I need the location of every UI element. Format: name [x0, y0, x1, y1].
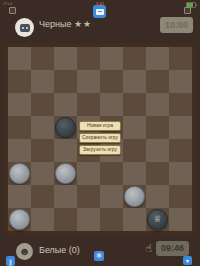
square-f2[interactable] — [123, 185, 146, 208]
save-game-button[interactable]: Сохранить игру — [79, 133, 121, 143]
square-b1[interactable] — [31, 208, 54, 231]
square-c4[interactable] — [54, 139, 77, 162]
black-player-name: Черные ★★ — [39, 19, 92, 29]
piece-white-man[interactable] — [124, 186, 145, 207]
square-d1[interactable] — [77, 208, 100, 231]
black-player-avatar[interactable] — [15, 18, 34, 37]
square-d6[interactable] — [77, 93, 100, 116]
square-b6[interactable] — [31, 93, 54, 116]
square-h3[interactable] — [169, 162, 192, 185]
square-c2[interactable] — [54, 185, 77, 208]
overlay-badge-center-icon[interactable]: ❄ — [94, 251, 104, 261]
square-f5[interactable] — [123, 116, 146, 139]
square-c5[interactable] — [54, 116, 77, 139]
square-a5[interactable] — [8, 116, 31, 139]
king-crown-icon: ♕ — [153, 215, 161, 224]
square-e3[interactable] — [100, 162, 123, 185]
square-b3[interactable] — [31, 162, 54, 185]
square-h2[interactable] — [169, 185, 192, 208]
square-f4[interactable] — [123, 139, 146, 162]
overlay-badge-right-icon[interactable]: ▾ — [183, 256, 192, 265]
square-c8[interactable] — [54, 47, 77, 70]
checkers-app-screen: iPad 9:41 Черные ★★ 10:00 ♕ Новая игра С… — [0, 0, 200, 266]
square-g1[interactable]: ♕ — [146, 208, 169, 231]
square-a6[interactable] — [8, 93, 31, 116]
piece-black-man[interactable] — [55, 117, 76, 138]
overlay-badge-left-icon[interactable]: ‖ — [6, 256, 15, 266]
load-game-button[interactable]: Загрузить игру — [79, 145, 121, 155]
square-a7[interactable] — [8, 70, 31, 93]
square-d2[interactable] — [77, 185, 100, 208]
turn-hand-icon: ☝ — [145, 242, 152, 255]
square-e8[interactable] — [100, 47, 123, 70]
square-h7[interactable] — [169, 70, 192, 93]
square-a4[interactable] — [8, 139, 31, 162]
square-g5[interactable] — [146, 116, 169, 139]
square-b8[interactable] — [31, 47, 54, 70]
game-menu: Новая игра Сохранить игру Загрузить игру — [79, 121, 121, 155]
square-a3[interactable] — [8, 162, 31, 185]
piece-white-man[interactable] — [9, 163, 30, 184]
square-f7[interactable] — [123, 70, 146, 93]
square-h4[interactable] — [169, 139, 192, 162]
face-icon: ☻ — [19, 246, 31, 257]
piece-white-man[interactable] — [55, 163, 76, 184]
square-b2[interactable] — [31, 185, 54, 208]
square-e7[interactable] — [100, 70, 123, 93]
square-e6[interactable] — [100, 93, 123, 116]
square-g4[interactable] — [146, 139, 169, 162]
square-h6[interactable] — [169, 93, 192, 116]
white-player-name: Белые (0) — [39, 245, 80, 255]
square-d8[interactable] — [77, 47, 100, 70]
new-game-button[interactable]: Новая игра — [79, 121, 121, 131]
square-g6[interactable] — [146, 93, 169, 116]
piece-black-king[interactable]: ♕ — [147, 209, 168, 230]
square-e1[interactable] — [100, 208, 123, 231]
square-d7[interactable] — [77, 70, 100, 93]
square-c1[interactable] — [54, 208, 77, 231]
difficulty-stars: ★★ — [74, 19, 92, 29]
square-c3[interactable] — [54, 162, 77, 185]
square-a8[interactable] — [8, 47, 31, 70]
square-c6[interactable] — [54, 93, 77, 116]
square-f1[interactable] — [123, 208, 146, 231]
square-f3[interactable] — [123, 162, 146, 185]
square-d3[interactable] — [77, 162, 100, 185]
square-b7[interactable] — [31, 70, 54, 93]
fullscreen-icon-left[interactable] — [9, 7, 16, 14]
square-g7[interactable] — [146, 70, 169, 93]
piece-white-man[interactable] — [9, 209, 30, 230]
square-c7[interactable] — [54, 70, 77, 93]
robot-icon — [20, 24, 30, 32]
square-e2[interactable] — [100, 185, 123, 208]
square-b5[interactable] — [31, 116, 54, 139]
square-h8[interactable] — [169, 47, 192, 70]
square-g8[interactable] — [146, 47, 169, 70]
square-h5[interactable] — [169, 116, 192, 139]
player-row-black: Черные ★★ 10:00 — [0, 14, 200, 40]
square-f8[interactable] — [123, 47, 146, 70]
square-a2[interactable] — [8, 185, 31, 208]
black-player-clock: 10:00 — [160, 17, 193, 33]
square-f6[interactable] — [123, 93, 146, 116]
square-g3[interactable] — [146, 162, 169, 185]
fullscreen-icon-right[interactable] — [184, 7, 191, 14]
white-player-avatar[interactable]: ☻ — [16, 243, 33, 260]
square-b4[interactable] — [31, 139, 54, 162]
square-a1[interactable] — [8, 208, 31, 231]
square-g2[interactable] — [146, 185, 169, 208]
square-h1[interactable] — [169, 208, 192, 231]
white-player-clock: 09:46 — [156, 241, 189, 256]
